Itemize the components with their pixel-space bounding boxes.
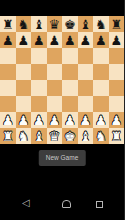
square-g5[interactable] [93,64,109,80]
square-c5[interactable] [31,64,47,80]
square-b6[interactable] [16,48,32,64]
black-rook: ♜ [2,17,14,30]
square-a8[interactable]: ♜ [0,16,16,32]
square-e1[interactable]: ♚ [62,128,78,144]
square-e7[interactable]: ♟ [62,32,78,48]
square-h4[interactable] [109,80,125,96]
square-a6[interactable] [0,48,16,64]
black-knight: ♞ [95,17,107,30]
white-knight: ♞ [95,129,107,142]
square-b5[interactable] [16,64,32,80]
square-e3[interactable] [62,96,78,112]
black-pawn: ♟ [2,33,14,46]
white-pawn: ♟ [17,113,29,126]
white-pawn: ♟ [2,113,14,126]
square-d6[interactable] [47,48,63,64]
square-g7[interactable]: ♟ [93,32,109,48]
square-e6[interactable] [62,48,78,64]
square-d7[interactable]: ♟ [47,32,63,48]
square-c3[interactable] [31,96,47,112]
square-g6[interactable] [93,48,109,64]
black-king: ♚ [64,17,76,30]
black-pawn: ♟ [17,33,29,46]
square-b1[interactable]: ♞ [16,128,32,144]
black-bishop: ♝ [79,17,91,30]
square-a7[interactable]: ♟ [0,32,16,48]
square-c8[interactable]: ♝ [31,16,47,32]
white-pawn: ♟ [33,113,45,126]
square-d3[interactable] [47,96,63,112]
square-h1[interactable]: ♜ [109,128,125,144]
black-pawn: ♟ [79,33,91,46]
black-rook: ♜ [110,17,122,30]
square-a4[interactable] [0,80,16,96]
square-g1[interactable]: ♞ [93,128,109,144]
black-knight: ♞ [17,17,29,30]
square-f2[interactable]: ♟ [78,112,94,128]
white-king: ♚ [64,129,76,142]
white-knight: ♞ [17,129,29,142]
white-rook: ♜ [2,129,14,142]
square-d5[interactable] [47,64,63,80]
square-g2[interactable]: ♟ [93,112,109,128]
square-c4[interactable] [31,80,47,96]
black-pawn: ♟ [110,33,122,46]
square-h7[interactable]: ♟ [109,32,125,48]
white-pawn: ♟ [95,113,107,126]
square-c1[interactable]: ♝ [31,128,47,144]
home-icon[interactable] [62,200,71,208]
square-d2[interactable]: ♟ [47,112,63,128]
square-g8[interactable]: ♞ [93,16,109,32]
square-f1[interactable]: ♝ [78,128,94,144]
square-g3[interactable] [93,96,109,112]
square-d8[interactable]: ♛ [47,16,63,32]
white-pawn: ♟ [48,113,60,126]
square-f3[interactable] [78,96,94,112]
square-e2[interactable]: ♟ [62,112,78,128]
black-pawn: ♟ [95,33,107,46]
square-c2[interactable]: ♟ [31,112,47,128]
black-bishop: ♝ [33,17,45,30]
square-a2[interactable]: ♟ [0,112,16,128]
square-e5[interactable] [62,64,78,80]
black-pawn: ♟ [48,33,60,46]
white-rook: ♜ [110,129,122,142]
android-nav-bar: ◁ [0,196,124,220]
square-d4[interactable] [47,80,63,96]
square-b2[interactable]: ♟ [16,112,32,128]
back-icon[interactable]: ◁ [22,198,30,208]
square-b4[interactable] [16,80,32,96]
white-pawn: ♟ [110,113,122,126]
square-c7[interactable]: ♟ [31,32,47,48]
chess-board: ♜♞♝♛♚♝♞♜♟♟♟♟♟♟♟♟♟♟♟♟♟♟♟♟♜♞♝♛♚♝♞♜ [0,16,124,144]
square-f6[interactable] [78,48,94,64]
white-pawn: ♟ [64,113,76,126]
square-b7[interactable]: ♟ [16,32,32,48]
square-a1[interactable]: ♜ [0,128,16,144]
square-d1[interactable]: ♛ [47,128,63,144]
square-b8[interactable]: ♞ [16,16,32,32]
square-h2[interactable]: ♟ [109,112,125,128]
phone-screen: ♜♞♝♛♚♝♞♜♟♟♟♟♟♟♟♟♟♟♟♟♟♟♟♟♜♞♝♛♚♝♞♜ New Gam… [0,0,124,220]
white-bishop: ♝ [33,129,45,142]
black-queen: ♛ [48,17,60,30]
square-c6[interactable] [31,48,47,64]
square-h3[interactable] [109,96,125,112]
black-pawn: ♟ [33,33,45,46]
square-f5[interactable] [78,64,94,80]
square-a5[interactable] [0,64,16,80]
new-game-button[interactable]: New Game [39,150,86,166]
square-b3[interactable] [16,96,32,112]
white-bishop: ♝ [79,129,91,142]
status-bar [0,0,124,16]
square-a3[interactable] [0,96,16,112]
white-pawn: ♟ [79,113,91,126]
square-e4[interactable] [62,80,78,96]
recents-icon[interactable] [96,201,103,208]
square-f8[interactable]: ♝ [78,16,94,32]
square-h5[interactable] [109,64,125,80]
square-g4[interactable] [93,80,109,96]
square-h8[interactable]: ♜ [109,16,125,32]
square-f4[interactable] [78,80,94,96]
square-e8[interactable]: ♚ [62,16,78,32]
square-h6[interactable] [109,48,125,64]
square-f7[interactable]: ♟ [78,32,94,48]
white-queen: ♛ [48,129,60,142]
black-pawn: ♟ [64,33,76,46]
